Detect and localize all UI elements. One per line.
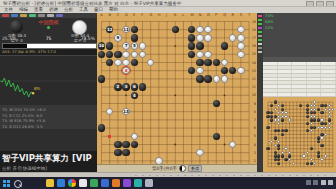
app-blue-icon[interactable] (101, 179, 109, 187)
black-stone-A12 (266, 126, 269, 129)
right-panel: 73%68%52% (263, 13, 336, 172)
white-stone-Q3 (320, 158, 323, 161)
winrate-labels: 25.5% 75 74.5% (0, 36, 97, 42)
move-number-label-D18: 11 (122, 26, 130, 34)
winrate-bar-black (3, 44, 27, 48)
white-stone-L4 (302, 154, 305, 157)
move-counter: 第0手/共0手 (152, 166, 177, 171)
white-stone-R4 (324, 154, 327, 157)
move-number-label-B18: 12 (106, 26, 114, 34)
move-number-label-A16: 10 (98, 42, 106, 50)
app-teal-icon[interactable] (134, 179, 142, 187)
white-stone-N15 (196, 51, 204, 59)
windows-taskbar[interactable] (0, 177, 336, 189)
candidate-winrate-2[interactable]: 52% (263, 25, 336, 31)
graph-marker-label: 8% (34, 86, 40, 91)
black-stone-N16 (196, 42, 204, 50)
log-line: 72. B D11 26.8% -5.5 (2, 124, 97, 130)
toolbar-button-0[interactable] (2, 14, 9, 17)
toolbar-button-4[interactable] (38, 14, 45, 17)
chrome-icon[interactable] (68, 179, 76, 187)
search-icon[interactable] (14, 180, 22, 188)
candidate-list-panel[interactable]: 73%68%52% (263, 13, 336, 58)
candidate-mark-9[interactable] (258, 51, 262, 54)
tray-icon-1[interactable] (306, 180, 311, 185)
candidate-mark-6[interactable] (258, 39, 262, 42)
winrate-graph[interactable]: 8% (0, 55, 97, 106)
white-winrate: 74.5% (81, 36, 95, 41)
black-stone-N12 (196, 75, 204, 83)
white-stone-H2 (155, 157, 163, 165)
vip-banner-subtitle: 分析 开启 快捷键空格] (2, 166, 97, 171)
white-stone-S13 (328, 122, 331, 125)
system-tray[interactable] (306, 180, 334, 185)
move-number-label-E11: 6 (131, 83, 139, 91)
app-orange-icon[interactable] (112, 179, 120, 187)
black-stone-P4 (317, 154, 320, 157)
tray-icon-3[interactable] (321, 180, 326, 185)
white-stone-F15 (284, 115, 287, 118)
event-name: 中国围棋 (0, 19, 97, 25)
black-stone-C4 (114, 141, 122, 149)
toolbar-button-3[interactable] (29, 14, 36, 17)
taskbar-icons[interactable] (46, 179, 153, 187)
title-bar[interactable]: 智子围棋分析 - [棋谱分析] 中国围棋等级分对抗赛 黑方 对 白方 - 智子V… (0, 0, 336, 7)
preview-go-board[interactable] (263, 97, 336, 172)
black-stone-A6 (98, 124, 106, 132)
go-board-grid[interactable]: 1211910758236413 (97, 17, 257, 172)
white-stone-R12 (324, 126, 327, 129)
app-window: 智子围棋分析 - [棋谱分析] 中国围棋等级分对抗赛 黑方 对 白方 - 智子V… (0, 0, 336, 189)
preview-board-grid (264, 98, 336, 172)
black-stone-N14 (196, 59, 204, 67)
move-number-label-C17: 9 (114, 34, 122, 42)
black-stone-E14 (281, 118, 284, 121)
candidate-mark-2[interactable] (258, 23, 262, 26)
toolbar-button-1[interactable] (11, 14, 18, 17)
analysis-log: 75. W D13 74.5% +6.074. B C11 25.5% -6.0… (0, 105, 97, 129)
vip-banner-title: 智子VIP共享算力 [VIP (2, 153, 97, 165)
yin-yang-icon (179, 165, 186, 172)
vip-banner[interactable]: 智子VIP共享算力 [VIP 分析 开启 快捷键空格] (0, 151, 97, 172)
white-stone-S18 (328, 104, 331, 107)
white-stone-O15 (204, 51, 212, 59)
white-stone-D14 (122, 59, 130, 67)
window-title: 智子围棋分析 - [棋谱分析] 中国围棋等级分对抗赛 黑方 对 白方 - 智子V… (3, 1, 181, 6)
move-number-label-E10: 4 (131, 92, 139, 100)
black-stone-M2 (306, 162, 309, 165)
white-stone-S15 (237, 51, 245, 59)
black-stone-C19 (274, 100, 277, 103)
candidate-mark-3[interactable] (258, 27, 262, 30)
white-stone-D15 (122, 51, 130, 59)
white-stone-S12 (328, 126, 331, 129)
white-stone-S16 (237, 42, 245, 50)
black-stone-E10 (281, 133, 284, 136)
app-white-icon[interactable] (79, 179, 87, 187)
value-mode-button[interactable]: 数值 (188, 165, 202, 172)
analysis-panel: 中国围棋 目数 48.4提子 0 目数 54.4提子 0 25.5% 75 74… (0, 13, 97, 172)
white-stone-N17 (196, 34, 204, 42)
white-stone-E15 (131, 51, 139, 59)
black-stone-F11 (139, 83, 147, 91)
candidate-mark-4[interactable] (258, 31, 262, 34)
main-go-board[interactable]: ABCDEFGHJKLMNOPQRST 19181716151413121110… (97, 13, 257, 172)
move-number-label-E16: 5 (131, 42, 139, 50)
engine-status-dot (47, 26, 50, 29)
app-purple-icon[interactable] (123, 179, 131, 187)
white-stone-C17 (274, 108, 277, 111)
candidate-mark-0[interactable] (258, 15, 262, 18)
white-stone-F16 (139, 42, 147, 50)
move-list-table[interactable] (263, 57, 336, 97)
territory-marker-B5 (108, 135, 111, 138)
black-stone-C9 (274, 136, 277, 139)
board-bottom-bar[interactable]: 第0手/共0手数值 (97, 164, 257, 172)
candidate-mark-5[interactable] (258, 35, 262, 38)
toolbar-button-2[interactable] (20, 14, 27, 17)
toolbar-button-5[interactable] (47, 14, 54, 17)
black-stone-C15 (114, 51, 122, 59)
move-number-label-D16: 7 (122, 42, 130, 50)
white-stone-Q12 (221, 75, 229, 83)
candidate-mark-1[interactable] (258, 19, 262, 22)
candidate-mark-8[interactable] (258, 47, 262, 50)
move-number-label-D8: 13 (122, 108, 130, 116)
move-number-label-D13: 8 (122, 67, 130, 75)
tray-icon-2[interactable] (313, 180, 318, 185)
input-method-icon[interactable] (328, 180, 333, 185)
white-stone-N3 (310, 158, 313, 161)
move-number-label-D11: 3 (122, 83, 130, 91)
black-stone-A12 (98, 75, 106, 83)
black-stone-P5 (213, 133, 221, 141)
white-stone-R17 (324, 108, 327, 111)
black-stone-O14 (204, 59, 212, 67)
white-stone-Q9 (320, 136, 323, 139)
app-green-icon[interactable] (90, 179, 98, 187)
edge-icon[interactable] (57, 179, 65, 187)
white-stone-S17 (237, 34, 245, 42)
start-button[interactable] (3, 180, 10, 187)
black-stone-D4 (122, 141, 130, 149)
black-stone-Q16 (221, 42, 229, 50)
candidate-mark-7[interactable] (258, 43, 262, 46)
app-gray-icon[interactable] (145, 179, 153, 187)
white-stone-C14 (114, 59, 122, 67)
black-stone-B14 (270, 118, 273, 121)
winrate-graph-svg (0, 56, 97, 106)
white-stone-O17 (204, 34, 212, 42)
toolbar-button-6[interactable] (56, 14, 63, 17)
black-stone-Q7 (320, 144, 323, 147)
white-stone-H2 (292, 162, 295, 165)
white-stone-N13 (310, 122, 313, 125)
black-stone-E17 (131, 34, 139, 42)
black-stone-E4 (281, 154, 284, 157)
black-stone-O12 (204, 75, 212, 83)
white-stone-E5 (131, 133, 139, 141)
move-number-label-C11: 2 (114, 83, 122, 91)
white-stone-P12 (213, 75, 221, 83)
white-stone-G14 (288, 118, 291, 121)
folder-icon[interactable] (46, 179, 54, 187)
